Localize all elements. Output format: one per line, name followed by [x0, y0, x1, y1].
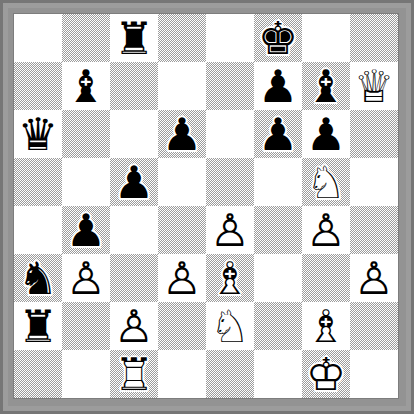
- white-bishop-fill: ♝: [302, 302, 350, 350]
- square-e8[interactable]: [206, 14, 254, 62]
- square-g8[interactable]: [302, 14, 350, 62]
- piece-white-knight-e2: ♘: [206, 302, 254, 350]
- piece-black-king-f8: ♚: [254, 14, 302, 62]
- black-queen-fill: ♛: [14, 110, 62, 158]
- chess-diagram-frame: ♜♜♚♚♝♝♟♟♝♝♛♕♛♛♟♟♟♟♟♟♟♟♞♘♟♟♟♙♟♙♞♞♟♙♟♙♝♗♟♙…: [0, 0, 414, 414]
- square-e6[interactable]: [206, 110, 254, 158]
- piece-black-knight-a3: ♞: [14, 254, 62, 302]
- white-pawn-fill: ♟: [158, 254, 206, 302]
- piece-black-bishop-b7: ♝: [62, 62, 110, 110]
- square-c8[interactable]: ♜♜: [110, 14, 158, 62]
- white-pawn-fill: ♟: [206, 206, 254, 254]
- square-c6[interactable]: [110, 110, 158, 158]
- square-d4[interactable]: [158, 206, 206, 254]
- white-bishop-fill: ♝: [206, 254, 254, 302]
- square-g2[interactable]: ♝♗: [302, 302, 350, 350]
- square-f8[interactable]: ♚♚: [254, 14, 302, 62]
- piece-white-bishop-e3: ♗: [206, 254, 254, 302]
- square-e4[interactable]: ♟♙: [206, 206, 254, 254]
- black-rook-fill: ♜: [110, 14, 158, 62]
- square-e5[interactable]: [206, 158, 254, 206]
- square-h2[interactable]: [350, 302, 398, 350]
- white-knight-fill: ♞: [302, 158, 350, 206]
- piece-white-rook-c1: ♖: [110, 350, 158, 398]
- square-h8[interactable]: [350, 14, 398, 62]
- square-h5[interactable]: [350, 158, 398, 206]
- piece-white-pawn-g4: ♙: [302, 206, 350, 254]
- square-g6[interactable]: ♟♟: [302, 110, 350, 158]
- piece-white-bishop-g2: ♗: [302, 302, 350, 350]
- white-pawn-fill: ♟: [350, 254, 398, 302]
- square-g7[interactable]: ♝♝: [302, 62, 350, 110]
- square-h7[interactable]: ♛♕: [350, 62, 398, 110]
- black-knight-fill: ♞: [14, 254, 62, 302]
- square-e7[interactable]: [206, 62, 254, 110]
- square-c4[interactable]: [110, 206, 158, 254]
- black-pawn-fill: ♟: [302, 110, 350, 158]
- square-b7[interactable]: ♝♝: [62, 62, 110, 110]
- square-d2[interactable]: [158, 302, 206, 350]
- piece-white-pawn-b3: ♙: [62, 254, 110, 302]
- square-h3[interactable]: ♟♙: [350, 254, 398, 302]
- black-rook-fill: ♜: [14, 302, 62, 350]
- piece-white-knight-g5: ♘: [302, 158, 350, 206]
- piece-black-pawn-f7: ♟: [254, 62, 302, 110]
- white-king-fill: ♚: [302, 350, 350, 398]
- square-g3[interactable]: [302, 254, 350, 302]
- square-h6[interactable]: [350, 110, 398, 158]
- square-c5[interactable]: ♟♟: [110, 158, 158, 206]
- square-a4[interactable]: [14, 206, 62, 254]
- square-a6[interactable]: ♛♛: [14, 110, 62, 158]
- square-b2[interactable]: [62, 302, 110, 350]
- black-pawn-fill: ♟: [158, 110, 206, 158]
- black-bishop-fill: ♝: [302, 62, 350, 110]
- piece-white-king-g1: ♔: [302, 350, 350, 398]
- square-a3[interactable]: ♞♞: [14, 254, 62, 302]
- square-c7[interactable]: [110, 62, 158, 110]
- piece-white-pawn-c2: ♙: [110, 302, 158, 350]
- white-rook-fill: ♜: [110, 350, 158, 398]
- square-f3[interactable]: [254, 254, 302, 302]
- black-bishop-fill: ♝: [62, 62, 110, 110]
- piece-black-pawn-g6: ♟: [302, 110, 350, 158]
- square-d6[interactable]: ♟♟: [158, 110, 206, 158]
- square-d3[interactable]: ♟♙: [158, 254, 206, 302]
- square-b4[interactable]: ♟♟: [62, 206, 110, 254]
- square-g5[interactable]: ♞♘: [302, 158, 350, 206]
- chess-board: ♜♜♚♚♝♝♟♟♝♝♛♕♛♛♟♟♟♟♟♟♟♟♞♘♟♟♟♙♟♙♞♞♟♙♟♙♝♗♟♙…: [14, 14, 398, 398]
- piece-white-pawn-h3: ♙: [350, 254, 398, 302]
- square-d8[interactable]: [158, 14, 206, 62]
- square-c1[interactable]: ♜♖: [110, 350, 158, 398]
- piece-black-bishop-g7: ♝: [302, 62, 350, 110]
- square-e2[interactable]: ♞♘: [206, 302, 254, 350]
- square-g1[interactable]: ♚♔: [302, 350, 350, 398]
- black-pawn-fill: ♟: [254, 62, 302, 110]
- square-c2[interactable]: ♟♙: [110, 302, 158, 350]
- square-e3[interactable]: ♝♗: [206, 254, 254, 302]
- square-a5[interactable]: [14, 158, 62, 206]
- square-b3[interactable]: ♟♙: [62, 254, 110, 302]
- square-b8[interactable]: [62, 14, 110, 62]
- piece-black-pawn-d6: ♟: [158, 110, 206, 158]
- piece-black-rook-a2: ♜: [14, 302, 62, 350]
- square-c3[interactable]: [110, 254, 158, 302]
- piece-black-pawn-c5: ♟: [110, 158, 158, 206]
- white-knight-fill: ♞: [206, 302, 254, 350]
- square-f6[interactable]: ♟♟: [254, 110, 302, 158]
- square-d5[interactable]: [158, 158, 206, 206]
- square-f4[interactable]: [254, 206, 302, 254]
- square-b1[interactable]: [62, 350, 110, 398]
- piece-white-pawn-d3: ♙: [158, 254, 206, 302]
- white-pawn-fill: ♟: [110, 302, 158, 350]
- black-pawn-fill: ♟: [110, 158, 158, 206]
- square-f2[interactable]: [254, 302, 302, 350]
- square-h1[interactable]: [350, 350, 398, 398]
- square-a7[interactable]: [14, 62, 62, 110]
- square-a2[interactable]: ♜♜: [14, 302, 62, 350]
- square-d1[interactable]: [158, 350, 206, 398]
- white-pawn-fill: ♟: [62, 254, 110, 302]
- square-f1[interactable]: [254, 350, 302, 398]
- square-f7[interactable]: ♟♟: [254, 62, 302, 110]
- piece-white-queen-h7: ♕: [350, 62, 398, 110]
- square-h4[interactable]: [350, 206, 398, 254]
- square-f5[interactable]: [254, 158, 302, 206]
- black-pawn-fill: ♟: [254, 110, 302, 158]
- square-g4[interactable]: ♟♙: [302, 206, 350, 254]
- black-pawn-fill: ♟: [62, 206, 110, 254]
- square-b5[interactable]: [62, 158, 110, 206]
- square-b6[interactable]: [62, 110, 110, 158]
- piece-black-pawn-b4: ♟: [62, 206, 110, 254]
- square-a1[interactable]: [14, 350, 62, 398]
- piece-white-pawn-e4: ♙: [206, 206, 254, 254]
- square-e1[interactable]: [206, 350, 254, 398]
- white-pawn-fill: ♟: [302, 206, 350, 254]
- piece-black-rook-c8: ♜: [110, 14, 158, 62]
- square-a8[interactable]: [14, 14, 62, 62]
- piece-black-pawn-f6: ♟: [254, 110, 302, 158]
- black-king-fill: ♚: [254, 14, 302, 62]
- square-d7[interactable]: [158, 62, 206, 110]
- piece-black-queen-a6: ♛: [14, 110, 62, 158]
- white-queen-fill: ♛: [350, 62, 398, 110]
